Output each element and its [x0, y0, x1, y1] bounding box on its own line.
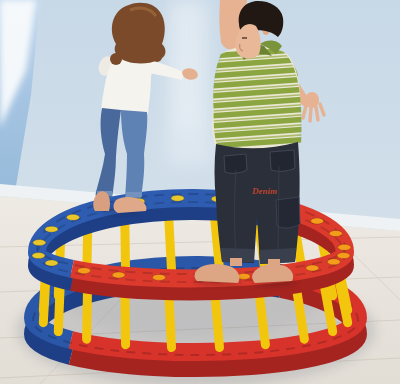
button [329, 231, 342, 237]
photo-scene: Denim [0, 0, 400, 384]
button [153, 274, 166, 280]
button [45, 226, 58, 232]
button [171, 195, 184, 201]
button [67, 214, 80, 220]
button [45, 260, 58, 266]
button [32, 253, 45, 259]
girl-hair-curl-right [152, 52, 162, 62]
jeans-label-text: Denim [251, 186, 277, 196]
girl-jeans-cuff-right [126, 192, 142, 197]
button [33, 240, 46, 246]
button [338, 244, 351, 250]
button [306, 265, 319, 271]
boy-jeans-pocket-right [270, 150, 295, 171]
scene-canvas: Denim [0, 0, 400, 384]
button [327, 259, 340, 265]
boy-left-ankle [230, 258, 242, 266]
button [337, 253, 350, 259]
button [112, 272, 125, 278]
girl-hair-curl-left [110, 53, 122, 65]
button [78, 268, 91, 274]
wall-light-band-core [176, 0, 198, 130]
boy-jeans-cargo-pocket [276, 197, 300, 228]
button [311, 218, 324, 224]
